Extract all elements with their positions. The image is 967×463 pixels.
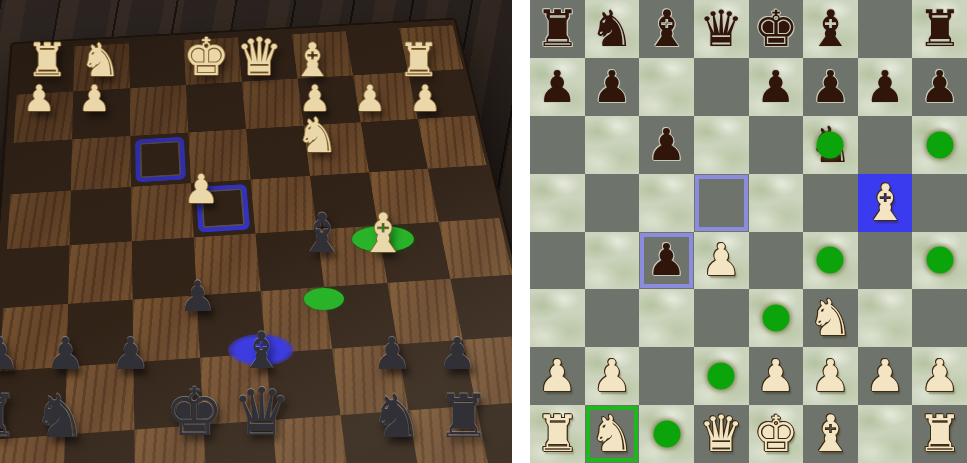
last-move-outline: [695, 175, 748, 231]
white-rook-a1[interactable]: ♜: [535, 409, 580, 459]
square3d-g8[interactable]: [63, 430, 135, 463]
square3d-h1[interactable]: [17, 46, 75, 94]
legal-move-dot[interactable]: [926, 131, 953, 158]
square3d-h2[interactable]: [14, 91, 74, 142]
square3d-h6[interactable]: [0, 304, 68, 372]
square3d-g6[interactable]: [67, 300, 134, 367]
board-3d-frame: [0, 18, 512, 463]
square3d-c2[interactable]: [298, 75, 361, 125]
square3d-e7[interactable]: [200, 353, 272, 425]
square3d-f2[interactable]: [130, 85, 189, 136]
square3d-d5[interactable]: [255, 230, 324, 292]
square-c8[interactable]: ♝: [639, 0, 694, 58]
square-h3[interactable]: [912, 289, 967, 347]
square-b8[interactable]: ♞: [585, 0, 640, 58]
board-2d: ♜♞♝♛♚♝♜♟♟♟♟♟♟♟♞♝♟♟♞♟♟♟♟♟♟♜♞♛♚♝♜: [530, 0, 967, 463]
black-pawn-f7[interactable]: ♟: [811, 65, 850, 109]
square-b7[interactable]: ♟: [585, 58, 640, 116]
square3d-a1[interactable]: [399, 25, 463, 72]
white-pawn-h2[interactable]: ♟: [920, 354, 959, 398]
square3d-c3[interactable]: [304, 122, 370, 176]
square-f7[interactable]: ♟: [803, 58, 858, 116]
square3d-f7[interactable]: [133, 358, 203, 430]
square3d-g2[interactable]: [72, 88, 130, 139]
square-g1[interactable]: [858, 405, 913, 463]
square3d-c4[interactable]: [310, 172, 378, 229]
square-d5[interactable]: [694, 174, 749, 232]
square3d-e5[interactable]: [194, 233, 261, 295]
white-knight-f3[interactable]: ♞: [808, 293, 853, 343]
square-f3[interactable]: ♞: [803, 289, 858, 347]
square-e3[interactable]: [749, 289, 804, 347]
square-f5[interactable]: [803, 174, 858, 232]
square3d-c8[interactable]: [341, 410, 421, 463]
white-king-e1[interactable]: ♚: [753, 409, 798, 459]
square3d-d6[interactable]: [261, 287, 332, 353]
square-e6[interactable]: [749, 116, 804, 174]
square-g8[interactable]: [858, 0, 913, 58]
square3d-e6[interactable]: [197, 291, 266, 358]
legal-move-dot[interactable]: [817, 131, 844, 158]
square3d-d1[interactable]: [238, 34, 298, 81]
square3d-g5[interactable]: [68, 241, 132, 304]
square3d-c7[interactable]: [332, 344, 408, 415]
square-b2[interactable]: ♟: [585, 347, 640, 405]
square3d-e2[interactable]: [186, 82, 246, 133]
square-a6[interactable]: [530, 116, 585, 174]
board-3d-wrapper: [12, 30, 458, 463]
square3d-g7[interactable]: [65, 362, 134, 434]
square-h4[interactable]: [912, 232, 967, 290]
black-bishop-f8[interactable]: ♝: [808, 4, 853, 54]
square3d-c6[interactable]: [324, 283, 397, 349]
square3d-g4[interactable]: [70, 187, 132, 245]
square3d-d4[interactable]: [251, 176, 317, 234]
square3d-e8[interactable]: [203, 420, 278, 463]
square-d4[interactable]: ♟: [694, 232, 749, 290]
square-e4[interactable]: [749, 232, 804, 290]
last-move-outline-3d: [196, 184, 250, 233]
square-h7[interactable]: ♟: [912, 58, 967, 116]
white-pawn-g2[interactable]: ♟: [865, 354, 904, 398]
square3d-f3[interactable]: [130, 133, 191, 187]
square3d-h4[interactable]: [7, 191, 71, 250]
legal-move-dot[interactable]: [926, 247, 953, 274]
square-e7[interactable]: ♟: [749, 58, 804, 116]
square-d2[interactable]: [694, 347, 749, 405]
square-c2[interactable]: [639, 347, 694, 405]
black-pawn-c6[interactable]: ♟: [647, 123, 686, 167]
square3d-e1[interactable]: [184, 37, 242, 85]
square3d-b2[interactable]: [353, 72, 418, 122]
square-e1[interactable]: ♚: [749, 405, 804, 463]
black-pawn-h7[interactable]: ♟: [920, 65, 959, 109]
black-pawn-a7[interactable]: ♟: [538, 65, 577, 109]
square-h5[interactable]: [912, 174, 967, 232]
square-b4[interactable]: [585, 232, 640, 290]
square-h2[interactable]: ♟: [912, 347, 967, 405]
square-h1[interactable]: ♜: [912, 405, 967, 463]
square-b1[interactable]: ♞: [585, 405, 640, 463]
black-rook-a8[interactable]: ♜: [535, 4, 580, 54]
black-bishop-c8[interactable]: ♝: [644, 4, 689, 54]
square3d-g1[interactable]: [73, 43, 129, 91]
square3d-a3[interactable]: [418, 116, 487, 169]
square-f1[interactable]: ♝: [803, 405, 858, 463]
square3d-e3[interactable]: [188, 129, 250, 183]
square-c1[interactable]: [639, 405, 694, 463]
square-c7[interactable]: [639, 58, 694, 116]
square-d1[interactable]: ♛: [694, 405, 749, 463]
square-g5[interactable]: ♝: [858, 174, 913, 232]
square-c3[interactable]: [639, 289, 694, 347]
square3d-h3[interactable]: [10, 139, 72, 194]
square-b5[interactable]: [585, 174, 640, 232]
legal-move-dot[interactable]: [762, 305, 789, 332]
black-rook-h8[interactable]: ♜: [917, 4, 962, 54]
white-queen-d1[interactable]: ♛: [699, 409, 744, 459]
board-3d-scene: ♜♝♛♚♞♜♟♟♟♟♟♞♟♝♝♟♝♟♟♟♟♟♜♞♛♚♞♜: [0, 0, 512, 463]
square-b3[interactable]: [585, 289, 640, 347]
board-3d-grid: [0, 25, 512, 463]
square-d7[interactable]: [694, 58, 749, 116]
legal-move-dot[interactable]: [708, 363, 735, 390]
white-knight-b1[interactable]: ♞: [590, 409, 635, 459]
square-g3[interactable]: [858, 289, 913, 347]
square3d-b5[interactable]: [378, 222, 450, 283]
square3d-a4[interactable]: [428, 165, 499, 222]
square-a5[interactable]: [530, 174, 585, 232]
square-e5[interactable]: [749, 174, 804, 232]
square-a8[interactable]: ♜: [530, 0, 585, 58]
square3d-b1[interactable]: [346, 28, 409, 75]
square3d-f4[interactable]: [131, 183, 194, 241]
square3d-d2[interactable]: [242, 79, 304, 130]
black-pawn-c4[interactable]: ♟: [647, 238, 686, 282]
square-b6[interactable]: [585, 116, 640, 174]
square-a1[interactable]: ♜: [530, 405, 585, 463]
square-a7[interactable]: ♟: [530, 58, 585, 116]
square3d-c5[interactable]: [317, 226, 388, 287]
square-a4[interactable]: [530, 232, 585, 290]
square3d-g3[interactable]: [71, 136, 131, 191]
square-a3[interactable]: [530, 289, 585, 347]
black-pawn-g7[interactable]: ♟: [865, 65, 904, 109]
square-f2[interactable]: ♟: [803, 347, 858, 405]
square-h6[interactable]: [912, 116, 967, 174]
white-bishop-g5[interactable]: ♝: [863, 178, 908, 228]
square-g4[interactable]: [858, 232, 913, 290]
square-g2[interactable]: ♟: [858, 347, 913, 405]
white-pawn-f2[interactable]: ♟: [811, 354, 850, 398]
black-pawn-e7[interactable]: ♟: [756, 65, 795, 109]
black-pawn-b7[interactable]: ♟: [592, 65, 631, 109]
square3d-c1[interactable]: [292, 31, 353, 78]
square3d-d8[interactable]: [272, 415, 350, 463]
square-e8[interactable]: ♚: [749, 0, 804, 58]
square-f8[interactable]: ♝: [803, 0, 858, 58]
square-h8[interactable]: ♜: [912, 0, 967, 58]
square-e2[interactable]: ♟: [749, 347, 804, 405]
square3d-f5[interactable]: [132, 237, 197, 299]
square3d-a2[interactable]: [408, 69, 474, 119]
square3d-b4[interactable]: [369, 169, 439, 226]
chess-app-screenshot: ♜♝♛♚♞♜♟♟♟♟♟♞♟♝♝♟♝♟♟♟♟♟♜♞♛♚♞♜ ♜♞♝♛♚♝♜♟♟♟♟…: [0, 0, 967, 463]
square-f6[interactable]: ♞: [803, 116, 858, 174]
square-c4[interactable]: ♟: [639, 232, 694, 290]
white-pawn-a2[interactable]: ♟: [538, 354, 577, 398]
square3d-h8[interactable]: [0, 435, 65, 463]
black-queen-d8[interactable]: ♛: [699, 4, 744, 54]
square-d8[interactable]: ♛: [694, 0, 749, 58]
square-c6[interactable]: ♟: [639, 116, 694, 174]
legal-move-dot[interactable]: [653, 421, 680, 448]
square-g7[interactable]: ♟: [858, 58, 913, 116]
square-f4[interactable]: [803, 232, 858, 290]
square-g6[interactable]: [858, 116, 913, 174]
white-pawn-d4[interactable]: ♟: [701, 238, 740, 282]
square-c5[interactable]: [639, 174, 694, 232]
square3d-h5[interactable]: [3, 245, 69, 308]
square3d-e4[interactable]: [191, 180, 255, 238]
black-king-e8[interactable]: ♚: [753, 4, 798, 54]
white-pawn-e2[interactable]: ♟: [756, 354, 795, 398]
white-bishop-f1[interactable]: ♝: [808, 409, 853, 459]
square3d-a5[interactable]: [439, 218, 512, 279]
square3d-h7[interactable]: [0, 367, 67, 440]
last-move-outline-3d: [135, 137, 186, 183]
white-pawn-b2[interactable]: ♟: [592, 354, 631, 398]
square-d6[interactable]: [694, 116, 749, 174]
square-d3[interactable]: [694, 289, 749, 347]
square-a2[interactable]: ♟: [530, 347, 585, 405]
square3d-f1[interactable]: [129, 40, 186, 88]
square3d-f6[interactable]: [133, 295, 200, 362]
square3d-b3[interactable]: [361, 119, 428, 172]
square3d-d7[interactable]: [266, 349, 340, 420]
legal-move-dot[interactable]: [817, 247, 844, 274]
square3d-d3[interactable]: [246, 126, 310, 180]
black-knight-b8[interactable]: ♞: [590, 4, 635, 54]
white-rook-h1[interactable]: ♜: [917, 409, 962, 459]
square3d-f8[interactable]: [134, 425, 207, 463]
